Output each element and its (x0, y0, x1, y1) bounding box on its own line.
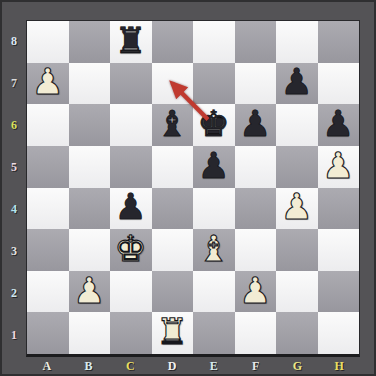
file-label-h: H (318, 357, 360, 376)
square-d2[interactable] (152, 271, 194, 313)
square-a3[interactable] (27, 229, 69, 271)
rank-label-1: 1 (2, 315, 26, 357)
chess-board: ♜♟♟♝♚♟♟♟♟♟♟♚♝♟♟♜ (26, 20, 360, 357)
square-c8[interactable]: ♜ (110, 21, 152, 63)
square-f2[interactable]: ♟ (235, 271, 277, 313)
square-h3[interactable] (318, 229, 360, 271)
square-e6[interactable]: ♚ (193, 104, 235, 146)
square-a4[interactable] (27, 188, 69, 230)
black-pawn[interactable]: ♟ (239, 106, 271, 142)
white-pawn[interactable]: ♟ (73, 273, 105, 309)
square-f4[interactable] (235, 188, 277, 230)
square-g2[interactable] (276, 271, 318, 313)
square-b2[interactable]: ♟ (69, 271, 111, 313)
square-g8[interactable] (276, 21, 318, 63)
rank-label-2: 2 (2, 273, 26, 315)
square-d4[interactable] (152, 188, 194, 230)
square-e3[interactable]: ♝ (193, 229, 235, 271)
white-pawn[interactable]: ♟ (281, 189, 313, 225)
square-c1[interactable] (110, 312, 152, 354)
square-e7[interactable] (193, 63, 235, 105)
square-a6[interactable] (27, 104, 69, 146)
rank-label-6: 6 (2, 104, 26, 146)
square-a8[interactable] (27, 21, 69, 63)
square-b7[interactable] (69, 63, 111, 105)
square-h4[interactable] (318, 188, 360, 230)
square-h2[interactable] (318, 271, 360, 313)
white-pawn[interactable]: ♟ (322, 148, 354, 184)
square-h6[interactable]: ♟ (318, 104, 360, 146)
square-f6[interactable]: ♟ (235, 104, 277, 146)
square-c6[interactable] (110, 104, 152, 146)
square-g6[interactable] (276, 104, 318, 146)
black-bishop[interactable]: ♝ (156, 106, 188, 142)
square-d6[interactable]: ♝ (152, 104, 194, 146)
square-h1[interactable] (318, 312, 360, 354)
square-c2[interactable] (110, 271, 152, 313)
file-label-d: D (151, 357, 193, 376)
square-g1[interactable] (276, 312, 318, 354)
square-f3[interactable] (235, 229, 277, 271)
white-pawn[interactable]: ♟ (239, 273, 271, 309)
black-king[interactable]: ♚ (198, 106, 230, 142)
square-b8[interactable] (69, 21, 111, 63)
square-g3[interactable] (276, 229, 318, 271)
rank-label-8: 8 (2, 20, 26, 62)
square-e4[interactable] (193, 188, 235, 230)
rank-labels: 8 7 6 5 4 3 2 1 (2, 20, 26, 357)
black-pawn[interactable]: ♟ (115, 189, 147, 225)
square-a5[interactable] (27, 146, 69, 188)
file-label-e: E (193, 357, 235, 376)
file-label-b: B (68, 357, 110, 376)
square-f5[interactable] (235, 146, 277, 188)
square-c7[interactable] (110, 63, 152, 105)
square-e8[interactable] (193, 21, 235, 63)
rank-label-5: 5 (2, 146, 26, 188)
black-pawn[interactable]: ♟ (281, 64, 313, 100)
square-e1[interactable] (193, 312, 235, 354)
file-labels: A B C D E F G H (26, 357, 360, 376)
square-e5[interactable]: ♟ (193, 146, 235, 188)
square-b4[interactable] (69, 188, 111, 230)
file-label-f: F (235, 357, 277, 376)
square-c4[interactable]: ♟ (110, 188, 152, 230)
rank-label-7: 7 (2, 62, 26, 104)
square-h5[interactable]: ♟ (318, 146, 360, 188)
square-b5[interactable] (69, 146, 111, 188)
square-b3[interactable] (69, 229, 111, 271)
square-h7[interactable] (318, 63, 360, 105)
rank-label-4: 4 (2, 189, 26, 231)
white-bishop[interactable]: ♝ (198, 231, 230, 267)
chess-diagram-frame: 8 7 6 5 4 3 2 1 ♜♟♟♝♚♟♟♟♟♟♟♚♝♟♟♜ A B C D… (0, 0, 376, 376)
black-rook[interactable]: ♜ (115, 23, 147, 59)
square-c3[interactable]: ♚ (110, 229, 152, 271)
black-pawn[interactable]: ♟ (198, 148, 230, 184)
square-f1[interactable] (235, 312, 277, 354)
white-rook[interactable]: ♜ (156, 314, 188, 350)
file-label-a: A (26, 357, 68, 376)
square-a2[interactable] (27, 271, 69, 313)
square-a1[interactable] (27, 312, 69, 354)
square-d8[interactable] (152, 21, 194, 63)
square-f7[interactable] (235, 63, 277, 105)
square-b1[interactable] (69, 312, 111, 354)
file-label-g: G (277, 357, 319, 376)
file-label-c: C (110, 357, 152, 376)
black-pawn[interactable]: ♟ (322, 106, 354, 142)
square-d5[interactable] (152, 146, 194, 188)
square-g7[interactable]: ♟ (276, 63, 318, 105)
square-f8[interactable] (235, 21, 277, 63)
square-g5[interactable] (276, 146, 318, 188)
square-g4[interactable]: ♟ (276, 188, 318, 230)
square-b6[interactable] (69, 104, 111, 146)
square-c5[interactable] (110, 146, 152, 188)
square-h8[interactable] (318, 21, 360, 63)
square-d3[interactable] (152, 229, 194, 271)
white-king[interactable]: ♚ (115, 231, 147, 267)
white-pawn[interactable]: ♟ (32, 64, 64, 100)
square-d1[interactable]: ♜ (152, 312, 194, 354)
rank-label-3: 3 (2, 231, 26, 273)
square-a7[interactable]: ♟ (27, 63, 69, 105)
square-d7[interactable] (152, 63, 194, 105)
square-e2[interactable] (193, 271, 235, 313)
